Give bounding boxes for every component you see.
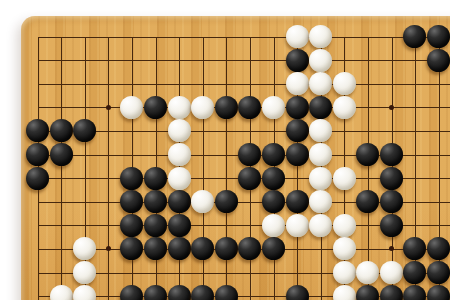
black-stone: [380, 143, 403, 166]
black-stone: [380, 285, 403, 300]
white-stone: [309, 214, 332, 237]
black-stone: [403, 237, 426, 260]
black-stone: [286, 96, 309, 119]
black-stone: [403, 261, 426, 284]
white-stone: [333, 285, 356, 300]
photo-frame: [0, 0, 450, 300]
white-stone: [333, 261, 356, 284]
stones-layer: [26, 25, 450, 300]
black-stone: [262, 167, 285, 190]
white-stone: [50, 285, 73, 300]
black-stone: [168, 190, 191, 213]
black-stone: [286, 119, 309, 142]
black-stone: [427, 25, 450, 48]
black-stone: [238, 143, 261, 166]
white-stone: [333, 237, 356, 260]
black-stone: [120, 285, 143, 300]
black-stone: [262, 190, 285, 213]
white-stone: [333, 214, 356, 237]
black-stone: [50, 143, 73, 166]
white-stone: [168, 119, 191, 142]
white-stone: [309, 25, 332, 48]
white-stone: [120, 96, 143, 119]
white-stone: [286, 214, 309, 237]
white-stone: [286, 72, 309, 95]
white-stone: [309, 72, 332, 95]
black-stone: [309, 96, 332, 119]
black-stone: [262, 237, 285, 260]
black-stone: [427, 285, 450, 300]
white-stone: [73, 285, 96, 300]
black-stone: [144, 96, 167, 119]
black-stone: [380, 190, 403, 213]
black-stone: [286, 190, 309, 213]
black-stone: [120, 237, 143, 260]
white-stone: [262, 214, 285, 237]
black-stone: [356, 143, 379, 166]
black-stone: [427, 237, 450, 260]
black-stone: [286, 49, 309, 72]
white-stone: [286, 25, 309, 48]
white-stone: [309, 143, 332, 166]
black-stone: [73, 119, 96, 142]
black-stone: [262, 143, 285, 166]
white-stone: [168, 167, 191, 190]
white-stone: [309, 119, 332, 142]
black-stone: [427, 49, 450, 72]
black-stone: [144, 167, 167, 190]
black-stone: [356, 190, 379, 213]
black-stone: [238, 237, 261, 260]
black-stone: [215, 96, 238, 119]
go-board: [21, 16, 450, 300]
white-stone: [262, 96, 285, 119]
black-stone: [403, 285, 426, 300]
black-stone: [191, 237, 214, 260]
white-stone: [168, 96, 191, 119]
black-stone: [26, 143, 49, 166]
black-stone: [144, 237, 167, 260]
black-stone: [286, 143, 309, 166]
black-stone: [168, 214, 191, 237]
white-stone: [309, 167, 332, 190]
white-stone: [191, 190, 214, 213]
black-stone: [50, 119, 73, 142]
black-stone: [215, 285, 238, 300]
black-stone: [215, 190, 238, 213]
white-stone: [73, 237, 96, 260]
black-stone: [120, 190, 143, 213]
white-stone: [309, 190, 332, 213]
black-stone: [380, 167, 403, 190]
white-stone: [73, 261, 96, 284]
black-stone: [120, 167, 143, 190]
black-stone: [238, 167, 261, 190]
black-stone: [168, 285, 191, 300]
black-stone: [144, 285, 167, 300]
white-stone: [168, 143, 191, 166]
white-stone: [356, 261, 379, 284]
black-stone: [380, 214, 403, 237]
black-stone: [238, 96, 261, 119]
black-stone: [26, 167, 49, 190]
black-stone: [215, 237, 238, 260]
black-stone: [26, 119, 49, 142]
white-stone: [333, 167, 356, 190]
black-stone: [286, 285, 309, 300]
black-stone: [403, 25, 426, 48]
black-stone: [144, 190, 167, 213]
black-stone: [168, 237, 191, 260]
black-stone: [191, 285, 214, 300]
white-stone: [380, 261, 403, 284]
black-stone: [427, 261, 450, 284]
black-stone: [120, 214, 143, 237]
white-stone: [309, 49, 332, 72]
white-stone: [333, 96, 356, 119]
white-stone: [333, 72, 356, 95]
white-stone: [191, 96, 214, 119]
black-stone: [356, 285, 379, 300]
black-stone: [144, 214, 167, 237]
